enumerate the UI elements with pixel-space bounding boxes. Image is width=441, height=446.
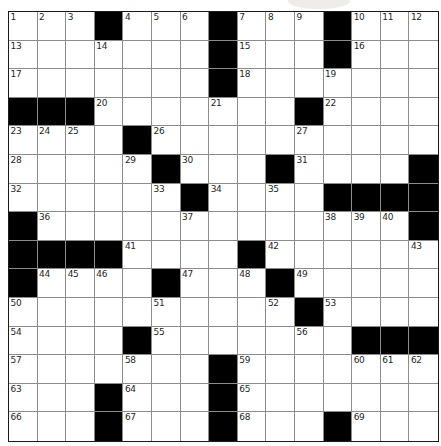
cell-r11c13[interactable] [352, 298, 381, 327]
clue-number-1: 1 [11, 12, 16, 22]
clue-number-53: 53 [325, 298, 336, 308]
cell-r14c15[interactable] [409, 384, 438, 413]
clue-number-33: 33 [154, 184, 165, 194]
cell-r10c5[interactable] [123, 269, 152, 298]
black-cell-r5c5 [123, 126, 152, 155]
cell-r4c5[interactable] [123, 98, 152, 127]
clue-number-41: 41 [125, 241, 136, 251]
cell-r11c3[interactable] [66, 298, 95, 327]
cell-r1c6[interactable]: 5 [152, 12, 181, 41]
cell-r3c10[interactable] [266, 69, 295, 98]
cell-r8c3[interactable] [66, 212, 95, 241]
cell-r12c8[interactable] [209, 327, 238, 356]
clue-number-14: 14 [96, 41, 107, 51]
black-cell-r9c2 [38, 241, 67, 270]
cell-r5c10[interactable] [266, 126, 295, 155]
cell-r12c2[interactable] [38, 327, 67, 356]
black-cell-r7c15 [409, 184, 438, 213]
black-cell-r10c1 [9, 269, 38, 298]
clue-number-62: 62 [411, 355, 422, 365]
cell-r12c10[interactable] [266, 327, 295, 356]
clue-number-50: 50 [11, 298, 22, 308]
clue-number-40: 40 [382, 212, 393, 222]
clue-number-22: 22 [325, 98, 336, 108]
black-cell-r14c4 [95, 384, 124, 413]
clue-number-19: 19 [325, 69, 336, 79]
clue-number-56: 56 [297, 327, 308, 337]
clue-number-48: 48 [239, 269, 250, 279]
cell-r12c4[interactable] [95, 327, 124, 356]
cell-r8c13[interactable]: 39 [352, 212, 381, 241]
black-cell-r8c15 [409, 212, 438, 241]
cell-r15c11[interactable] [295, 412, 324, 441]
cell-r9c11[interactable] [295, 241, 324, 270]
black-cell-r9c1 [9, 241, 38, 270]
cell-r3c13[interactable] [352, 69, 381, 98]
cell-r5c13[interactable] [352, 126, 381, 155]
cell-r2c9[interactable]: 15 [238, 41, 267, 70]
cell-r14c7[interactable] [181, 384, 210, 413]
cell-r8c11[interactable] [295, 212, 324, 241]
cell-r3c14[interactable] [381, 69, 410, 98]
cell-r11c9[interactable] [238, 298, 267, 327]
black-cell-r9c3 [66, 241, 95, 270]
clue-number-35: 35 [268, 184, 279, 194]
cell-r1c3[interactable]: 3 [66, 12, 95, 41]
cell-r5c12[interactable] [324, 126, 353, 155]
cell-r13c4[interactable] [95, 355, 124, 384]
clue-number-9: 9 [297, 12, 302, 22]
cell-r15c10[interactable] [266, 412, 295, 441]
black-cell-r11c11 [295, 298, 324, 327]
cell-r2c1[interactable]: 13 [9, 41, 38, 70]
black-cell-r15c12 [324, 412, 353, 441]
clue-number-6: 6 [182, 12, 187, 22]
clue-number-13: 13 [11, 41, 22, 51]
clue-number-15: 15 [239, 41, 250, 51]
cell-r2c6[interactable] [152, 41, 181, 70]
cell-r7c9[interactable] [238, 184, 267, 213]
clue-number-24: 24 [39, 126, 50, 136]
black-cell-r6c15 [409, 155, 438, 184]
clue-number-8: 8 [268, 12, 273, 22]
clue-number-28: 28 [11, 155, 22, 165]
cell-r15c1[interactable]: 66 [9, 412, 38, 441]
cell-r12c6[interactable]: 55 [152, 327, 181, 356]
cell-r14c6[interactable] [152, 384, 181, 413]
crossword-page: 1234567891011121314151617181920212223242… [0, 0, 441, 446]
cell-r11c15[interactable] [409, 298, 438, 327]
clue-number-68: 68 [239, 412, 250, 422]
cell-r9c7[interactable] [181, 241, 210, 270]
black-cell-r4c3 [66, 98, 95, 127]
cell-r15c6[interactable] [152, 412, 181, 441]
cell-r9c5[interactable]: 41 [123, 241, 152, 270]
cell-r4c6[interactable] [152, 98, 181, 127]
cell-r2c10[interactable] [266, 41, 295, 70]
cell-r8c14[interactable]: 40 [381, 212, 410, 241]
black-cell-r15c8 [209, 412, 238, 441]
cell-r1c15[interactable]: 12 [409, 12, 438, 41]
clue-number-23: 23 [11, 126, 22, 136]
clue-number-11: 11 [382, 12, 393, 22]
cell-r13c1[interactable]: 57 [9, 355, 38, 384]
cell-r6c13[interactable] [352, 155, 381, 184]
black-cell-r12c14 [381, 327, 410, 356]
cell-r6c11[interactable]: 31 [295, 155, 324, 184]
clue-number-3: 3 [68, 12, 73, 22]
cell-r4c12[interactable]: 22 [324, 98, 353, 127]
black-cell-r15c4 [95, 412, 124, 441]
clue-number-17: 17 [11, 69, 22, 79]
cell-r7c5[interactable] [123, 184, 152, 213]
cell-r13c12[interactable] [324, 355, 353, 384]
cell-r10c3[interactable]: 45 [66, 269, 95, 298]
cell-r13c5[interactable]: 58 [123, 355, 152, 384]
cell-r8c7[interactable]: 37 [181, 212, 210, 241]
cell-r4c8[interactable]: 21 [209, 98, 238, 127]
cell-r14c11[interactable] [295, 384, 324, 413]
cell-r14c3[interactable] [66, 384, 95, 413]
cell-r15c9[interactable]: 68 [238, 412, 267, 441]
cell-r8c6[interactable] [152, 212, 181, 241]
black-cell-r1c4 [95, 12, 124, 41]
clue-number-69: 69 [354, 412, 365, 422]
clue-number-36: 36 [39, 212, 50, 222]
black-cell-r13c8 [209, 355, 238, 384]
clue-number-18: 18 [239, 69, 250, 79]
cell-r5c3[interactable]: 25 [66, 126, 95, 155]
cell-r10c2[interactable]: 44 [38, 269, 67, 298]
cell-r13c15[interactable]: 62 [409, 355, 438, 384]
clue-number-20: 20 [96, 98, 107, 108]
black-cell-r2c12 [324, 41, 353, 70]
black-cell-r4c2 [38, 98, 67, 127]
cell-r10c14[interactable] [381, 269, 410, 298]
cell-r7c1[interactable]: 32 [9, 184, 38, 213]
black-cell-r14c8 [209, 384, 238, 413]
cell-r8c12[interactable]: 38 [324, 212, 353, 241]
cell-r11c10[interactable]: 52 [266, 298, 295, 327]
cell-r7c6[interactable]: 33 [152, 184, 181, 213]
cell-r15c5[interactable]: 67 [123, 412, 152, 441]
cell-r12c9[interactable] [238, 327, 267, 356]
cell-r9c15[interactable]: 43 [409, 241, 438, 270]
clue-number-63: 63 [11, 384, 22, 394]
cell-r9c12[interactable] [324, 241, 353, 270]
black-cell-r9c4 [95, 241, 124, 270]
cell-r1c13[interactable]: 10 [352, 12, 381, 41]
clue-number-32: 32 [11, 184, 22, 194]
black-cell-r7c13 [352, 184, 381, 213]
cell-r7c3[interactable] [66, 184, 95, 213]
clue-number-60: 60 [354, 355, 365, 365]
cell-r5c15[interactable] [409, 126, 438, 155]
black-cell-r4c1 [9, 98, 38, 127]
cell-r15c7[interactable] [181, 412, 210, 441]
cell-r13c14[interactable]: 61 [381, 355, 410, 384]
cell-r6c1[interactable]: 28 [9, 155, 38, 184]
clue-number-46: 46 [96, 269, 107, 279]
cell-r13c6[interactable] [152, 355, 181, 384]
cell-r11c5[interactable] [123, 298, 152, 327]
clue-number-34: 34 [211, 184, 222, 194]
black-cell-r6c6 [152, 155, 181, 184]
cell-r3c7[interactable] [181, 69, 210, 98]
cell-r14c12[interactable] [324, 384, 353, 413]
cell-r10c4[interactable]: 46 [95, 269, 124, 298]
cell-r14c5[interactable]: 64 [123, 384, 152, 413]
cell-r13c13[interactable]: 60 [352, 355, 381, 384]
clue-number-4: 4 [125, 12, 130, 22]
clue-number-39: 39 [354, 212, 365, 222]
cell-r13c7[interactable] [181, 355, 210, 384]
cell-r15c15[interactable] [409, 412, 438, 441]
cell-r1c9[interactable]: 7 [238, 12, 267, 41]
clue-number-12: 12 [411, 12, 422, 22]
cell-r7c8[interactable]: 34 [209, 184, 238, 213]
cell-r3c3[interactable] [66, 69, 95, 98]
black-cell-r2c8 [209, 41, 238, 70]
black-cell-r3c8 [209, 69, 238, 98]
cell-r10c9[interactable]: 48 [238, 269, 267, 298]
cell-r5c11[interactable]: 27 [295, 126, 324, 155]
cell-r8c4[interactable] [95, 212, 124, 241]
cell-r2c11[interactable] [295, 41, 324, 70]
cell-r12c3[interactable] [66, 327, 95, 356]
cell-r4c9[interactable] [238, 98, 267, 127]
cell-r14c2[interactable] [38, 384, 67, 413]
cell-r10c11[interactable]: 49 [295, 269, 324, 298]
clue-number-66: 66 [11, 412, 22, 422]
cell-r5c14[interactable] [381, 126, 410, 155]
cell-r1c5[interactable]: 4 [123, 12, 152, 41]
cell-r8c8[interactable] [209, 212, 238, 241]
clue-number-43: 43 [411, 241, 422, 251]
cell-r8c10[interactable] [266, 212, 295, 241]
clue-number-58: 58 [125, 355, 136, 365]
cell-r4c14[interactable] [381, 98, 410, 127]
clue-number-30: 30 [182, 155, 193, 165]
black-cell-r1c12 [324, 12, 353, 41]
clue-number-25: 25 [68, 126, 79, 136]
cell-r9c8[interactable] [209, 241, 238, 270]
cell-r13c11[interactable] [295, 355, 324, 384]
black-cell-r10c10 [266, 269, 295, 298]
clue-number-49: 49 [297, 269, 308, 279]
cell-r6c7[interactable]: 30 [181, 155, 210, 184]
cell-r5c7[interactable] [181, 126, 210, 155]
black-cell-r6c10 [266, 155, 295, 184]
black-cell-r1c8 [209, 12, 238, 41]
clue-number-51: 51 [154, 298, 165, 308]
cell-r7c10[interactable]: 35 [266, 184, 295, 213]
cell-r13c10[interactable] [266, 355, 295, 384]
cell-r10c12[interactable] [324, 269, 353, 298]
cell-r14c10[interactable] [266, 384, 295, 413]
cell-r15c3[interactable] [66, 412, 95, 441]
cell-r1c14[interactable]: 11 [381, 12, 410, 41]
clue-number-7: 7 [239, 12, 244, 22]
cell-r11c7[interactable] [181, 298, 210, 327]
cell-r11c2[interactable] [38, 298, 67, 327]
cell-r3c5[interactable] [123, 69, 152, 98]
cell-r5c4[interactable] [95, 126, 124, 155]
clue-number-42: 42 [268, 241, 279, 251]
clue-number-54: 54 [11, 327, 22, 337]
cell-r1c2[interactable]: 2 [38, 12, 67, 41]
clue-number-2: 2 [39, 12, 44, 22]
clue-number-67: 67 [125, 412, 136, 422]
cell-r15c14[interactable] [381, 412, 410, 441]
cell-r5c6[interactable]: 26 [152, 126, 181, 155]
black-cell-r7c12 [324, 184, 353, 213]
black-cell-r12c5 [123, 327, 152, 356]
clue-number-57: 57 [11, 355, 22, 365]
cell-r11c12[interactable]: 53 [324, 298, 353, 327]
cell-r2c5[interactable] [123, 41, 152, 70]
cell-r7c11[interactable] [295, 184, 324, 213]
cell-r12c11[interactable]: 56 [295, 327, 324, 356]
cell-r5c1[interactable]: 23 [9, 126, 38, 155]
cell-r2c13[interactable]: 16 [352, 41, 381, 70]
cell-r6c12[interactable] [324, 155, 353, 184]
cell-r3c4[interactable] [95, 69, 124, 98]
cell-r9c6[interactable] [152, 241, 181, 270]
cell-r4c13[interactable] [352, 98, 381, 127]
cell-r6c14[interactable] [381, 155, 410, 184]
cell-r9c14[interactable] [381, 241, 410, 270]
clue-number-64: 64 [125, 384, 136, 394]
cell-r10c8[interactable] [209, 269, 238, 298]
cell-r13c3[interactable] [66, 355, 95, 384]
cell-r2c7[interactable] [181, 41, 210, 70]
clue-number-52: 52 [268, 298, 279, 308]
clue-number-45: 45 [68, 269, 79, 279]
cell-r3c1[interactable]: 17 [9, 69, 38, 98]
black-cell-r8c1 [9, 212, 38, 241]
cell-r6c4[interactable] [95, 155, 124, 184]
clue-number-26: 26 [154, 126, 165, 136]
black-cell-r4c11 [295, 98, 324, 127]
cell-r3c9[interactable]: 18 [238, 69, 267, 98]
cell-r3c12[interactable]: 19 [324, 69, 353, 98]
cell-r4c15[interactable] [409, 98, 438, 127]
cell-r4c10[interactable] [266, 98, 295, 127]
black-cell-r12c15 [409, 327, 438, 356]
cell-r1c1[interactable]: 1 [9, 12, 38, 41]
cell-r15c2[interactable] [38, 412, 67, 441]
cell-r11c6[interactable]: 51 [152, 298, 181, 327]
cell-r5c8[interactable] [209, 126, 238, 155]
cell-r3c11[interactable] [295, 69, 324, 98]
clue-number-38: 38 [325, 212, 336, 222]
cell-r5c9[interactable] [238, 126, 267, 155]
clue-number-37: 37 [182, 212, 193, 222]
black-cell-r12c13 [352, 327, 381, 356]
cell-r11c4[interactable] [95, 298, 124, 327]
cell-r2c3[interactable] [66, 41, 95, 70]
black-cell-r7c14 [381, 184, 410, 213]
cell-r6c5[interactable]: 29 [123, 155, 152, 184]
cell-r12c12[interactable] [324, 327, 353, 356]
clue-number-61: 61 [382, 355, 393, 365]
clue-number-47: 47 [182, 269, 193, 279]
cell-r2c2[interactable] [38, 41, 67, 70]
cell-r14c1[interactable]: 63 [9, 384, 38, 413]
cell-r11c1[interactable]: 50 [9, 298, 38, 327]
cell-r14c14[interactable] [381, 384, 410, 413]
cell-r8c9[interactable] [238, 212, 267, 241]
clue-number-21: 21 [211, 98, 222, 108]
cell-r5c2[interactable]: 24 [38, 126, 67, 155]
crossword-grid: 1234567891011121314151617181920212223242… [8, 11, 439, 442]
cell-r2c4[interactable]: 14 [95, 41, 124, 70]
cell-r1c10[interactable]: 8 [266, 12, 295, 41]
cell-r2c14[interactable] [381, 41, 410, 70]
black-cell-r7c7 [181, 184, 210, 213]
cell-r13c9[interactable]: 59 [238, 355, 267, 384]
cell-r2c15[interactable] [409, 41, 438, 70]
clue-number-55: 55 [154, 327, 165, 337]
clue-number-27: 27 [297, 126, 308, 136]
cell-r11c8[interactable] [209, 298, 238, 327]
page-background-artifact [288, 0, 350, 9]
cell-r7c4[interactable] [95, 184, 124, 213]
cell-r7c2[interactable] [38, 184, 67, 213]
cell-r14c13[interactable] [352, 384, 381, 413]
clue-number-59: 59 [239, 355, 250, 365]
clue-number-16: 16 [354, 41, 365, 51]
cell-r13c2[interactable] [38, 355, 67, 384]
cell-r11c14[interactable] [381, 298, 410, 327]
black-cell-r9c9 [238, 241, 267, 270]
cell-r14c9[interactable]: 65 [238, 384, 267, 413]
cell-r9c13[interactable] [352, 241, 381, 270]
cell-r4c7[interactable] [181, 98, 210, 127]
cell-r12c7[interactable] [181, 327, 210, 356]
cell-r10c13[interactable] [352, 269, 381, 298]
clue-number-44: 44 [39, 269, 50, 279]
cell-r4c4[interactable]: 20 [95, 98, 124, 127]
clue-number-31: 31 [297, 155, 308, 165]
cell-r8c2[interactable]: 36 [38, 212, 67, 241]
cell-r3c15[interactable] [409, 69, 438, 98]
clue-number-10: 10 [354, 12, 365, 22]
clue-number-29: 29 [125, 155, 136, 165]
cell-r6c9[interactable] [238, 155, 267, 184]
cell-r15c13[interactable]: 69 [352, 412, 381, 441]
cell-r1c7[interactable]: 6 [181, 12, 210, 41]
cell-r8c5[interactable] [123, 212, 152, 241]
cell-r3c6[interactable] [152, 69, 181, 98]
cell-r9c10[interactable]: 42 [266, 241, 295, 270]
cell-r6c8[interactable] [209, 155, 238, 184]
cell-r6c3[interactable] [66, 155, 95, 184]
clue-number-65: 65 [239, 384, 250, 394]
cell-r6c2[interactable] [38, 155, 67, 184]
cell-r1c11[interactable]: 9 [295, 12, 324, 41]
cell-r3c2[interactable] [38, 69, 67, 98]
cell-r12c1[interactable]: 54 [9, 327, 38, 356]
cell-r10c7[interactable]: 47 [181, 269, 210, 298]
cell-r10c15[interactable] [409, 269, 438, 298]
black-cell-r10c6 [152, 269, 181, 298]
clue-number-5: 5 [154, 12, 159, 22]
